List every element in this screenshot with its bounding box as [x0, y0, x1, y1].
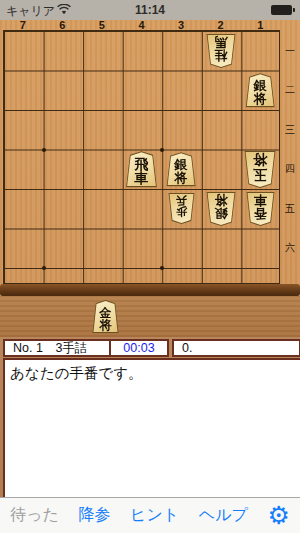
board-area: 7654321 一二三四五六 桂馬銀将飛車銀将玉将歩兵銀将香車 金将 [0, 20, 300, 337]
star-point [42, 266, 46, 270]
shogi-piece-gote-silver[interactable]: 銀将 [206, 192, 236, 226]
settings-gear-icon[interactable]: ⚙ [268, 503, 290, 528]
star-point [160, 266, 164, 270]
star-point [42, 148, 46, 152]
undo-button[interactable]: 待った [10, 505, 59, 526]
bottom-toolbar: 待った 降参 ヒント ヘルプ ⚙ [0, 497, 300, 533]
rank-label-2: 二 [282, 83, 298, 97]
hint-button[interactable]: ヒント [130, 505, 179, 526]
rank-label-1: 一 [282, 44, 298, 58]
komadai-rim [0, 284, 300, 296]
rank-label-4: 四 [282, 162, 298, 176]
turn-message: あなたの手番です。 [10, 365, 143, 381]
clock-time: 11:14 [0, 3, 300, 17]
shogi-piece-gote-knight[interactable]: 桂馬 [206, 34, 236, 68]
shogi-app: キャリア 11:14 7654321 一二三四五六 桂馬銀将飛車銀将玉将歩兵銀将… [0, 0, 300, 533]
message-box: あなたの手番です。 [3, 358, 300, 505]
shogi-piece-sente-rook[interactable]: 飛車 [125, 151, 157, 187]
rank-label-5: 五 [282, 202, 298, 216]
battery-icon [271, 5, 292, 15]
move-counter: 0. [172, 339, 300, 357]
shogi-piece-sente-gold[interactable]: 金将 [92, 300, 119, 333]
star-point [160, 148, 164, 152]
timer-display: 00:03 [109, 339, 169, 357]
shogi-piece-gote-lance[interactable]: 香車 [246, 192, 275, 226]
lower-panel: No. 1 3手詰 00:03 0. あなたの手番です。 [0, 337, 300, 497]
shogi-piece-sente-silver[interactable]: 銀将 [166, 152, 196, 186]
resign-button[interactable]: 降参 [78, 505, 110, 526]
rank-label-6: 六 [282, 241, 298, 255]
komadai-hand-tray[interactable]: 金将 [0, 296, 300, 337]
problem-label: No. 1 3手詰 [3, 339, 114, 357]
shogi-piece-sente-silver[interactable]: 銀将 [245, 73, 275, 107]
rank-label-3: 三 [282, 123, 298, 137]
help-button[interactable]: ヘルプ [199, 505, 248, 526]
status-bar: キャリア 11:14 [0, 0, 300, 20]
shogi-piece-gote-king[interactable]: 玉将 [244, 151, 276, 188]
